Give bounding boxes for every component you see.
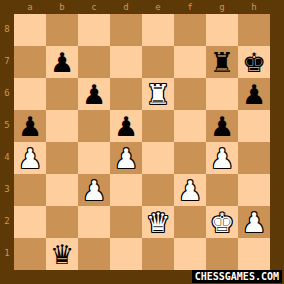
white-pawn[interactable]: ♟: [78, 174, 110, 206]
square-c2[interactable]: [78, 206, 110, 238]
square-d8[interactable]: [110, 14, 142, 46]
file-label-e: e: [142, 0, 174, 14]
square-d5[interactable]: ♟: [110, 110, 142, 142]
file-label-g: g: [206, 0, 238, 14]
square-a8[interactable]: [14, 14, 46, 46]
square-a5[interactable]: ♟: [14, 110, 46, 142]
square-c6[interactable]: ♟: [78, 78, 110, 110]
white-pawn[interactable]: ♟: [14, 142, 46, 174]
square-e1[interactable]: [142, 238, 174, 270]
square-c3[interactable]: ♟: [78, 174, 110, 206]
square-h6[interactable]: ♟: [238, 78, 270, 110]
white-king[interactable]: ♚: [206, 206, 238, 238]
black-rook[interactable]: ♜: [206, 46, 238, 78]
rank-label-2: 2: [0, 206, 14, 238]
square-h3[interactable]: [238, 174, 270, 206]
white-pawn[interactable]: ♟: [238, 206, 270, 238]
square-f7[interactable]: [174, 46, 206, 78]
square-f2[interactable]: [174, 206, 206, 238]
square-b6[interactable]: [46, 78, 78, 110]
square-c5[interactable]: [78, 110, 110, 142]
square-g3[interactable]: [206, 174, 238, 206]
white-pawn[interactable]: ♟: [174, 174, 206, 206]
square-e4[interactable]: [142, 142, 174, 174]
file-label-a: a: [14, 0, 46, 14]
square-c4[interactable]: [78, 142, 110, 174]
square-d3[interactable]: [110, 174, 142, 206]
square-e6[interactable]: ♜: [142, 78, 174, 110]
watermark: CHESSGAMES.COM: [192, 270, 282, 283]
square-g6[interactable]: [206, 78, 238, 110]
black-pawn[interactable]: ♟: [206, 110, 238, 142]
black-queen[interactable]: ♛: [46, 238, 78, 270]
white-queen[interactable]: ♛: [142, 206, 174, 238]
square-g8[interactable]: [206, 14, 238, 46]
rank-label-4: 4: [0, 142, 14, 174]
square-f6[interactable]: [174, 78, 206, 110]
file-label-f: f: [174, 0, 206, 14]
chess-board: ♟♜♚♟♜♟♟♟♟♟♟♟♟♟♛♚♟♛: [14, 14, 270, 270]
file-label-c: c: [78, 0, 110, 14]
square-a2[interactable]: [14, 206, 46, 238]
square-g4[interactable]: ♟: [206, 142, 238, 174]
file-label-b: b: [46, 0, 78, 14]
square-b4[interactable]: [46, 142, 78, 174]
square-a1[interactable]: [14, 238, 46, 270]
black-king[interactable]: ♚: [238, 46, 270, 78]
square-f3[interactable]: ♟: [174, 174, 206, 206]
square-e2[interactable]: ♛: [142, 206, 174, 238]
square-h8[interactable]: [238, 14, 270, 46]
square-e8[interactable]: [142, 14, 174, 46]
black-pawn[interactable]: ♟: [46, 46, 78, 78]
square-b5[interactable]: [46, 110, 78, 142]
square-h4[interactable]: [238, 142, 270, 174]
square-b2[interactable]: [46, 206, 78, 238]
square-g5[interactable]: ♟: [206, 110, 238, 142]
file-label-h: h: [238, 0, 270, 14]
square-g7[interactable]: ♜: [206, 46, 238, 78]
rank-label-1: 1: [0, 238, 14, 270]
square-g1[interactable]: [206, 238, 238, 270]
square-a4[interactable]: ♟: [14, 142, 46, 174]
white-rook[interactable]: ♜: [142, 78, 174, 110]
square-d4[interactable]: ♟: [110, 142, 142, 174]
square-e5[interactable]: [142, 110, 174, 142]
square-f4[interactable]: [174, 142, 206, 174]
rank-label-7: 7: [0, 46, 14, 78]
square-e3[interactable]: [142, 174, 174, 206]
chess-diagram: abcdefgh 87654321 ♟♜♚♟♜♟♟♟♟♟♟♟♟♟♛♚♟♛ CHE…: [0, 0, 284, 284]
square-b1[interactable]: ♛: [46, 238, 78, 270]
square-d7[interactable]: [110, 46, 142, 78]
rank-label-3: 3: [0, 174, 14, 206]
square-d1[interactable]: [110, 238, 142, 270]
square-f1[interactable]: [174, 238, 206, 270]
file-label-d: d: [110, 0, 142, 14]
square-a7[interactable]: [14, 46, 46, 78]
square-f5[interactable]: [174, 110, 206, 142]
square-b8[interactable]: [46, 14, 78, 46]
square-h2[interactable]: ♟: [238, 206, 270, 238]
square-h5[interactable]: [238, 110, 270, 142]
black-pawn[interactable]: ♟: [14, 110, 46, 142]
square-h1[interactable]: [238, 238, 270, 270]
black-pawn[interactable]: ♟: [238, 78, 270, 110]
rank-label-6: 6: [0, 78, 14, 110]
rank-label-5: 5: [0, 110, 14, 142]
square-c1[interactable]: [78, 238, 110, 270]
square-h7[interactable]: ♚: [238, 46, 270, 78]
black-pawn[interactable]: ♟: [110, 110, 142, 142]
white-pawn[interactable]: ♟: [206, 142, 238, 174]
rank-label-8: 8: [0, 14, 14, 46]
black-pawn[interactable]: ♟: [78, 78, 110, 110]
square-g2[interactable]: ♚: [206, 206, 238, 238]
square-a6[interactable]: [14, 78, 46, 110]
square-d2[interactable]: [110, 206, 142, 238]
square-b7[interactable]: ♟: [46, 46, 78, 78]
square-c8[interactable]: [78, 14, 110, 46]
square-c7[interactable]: [78, 46, 110, 78]
square-f8[interactable]: [174, 14, 206, 46]
square-b3[interactable]: [46, 174, 78, 206]
square-e7[interactable]: [142, 46, 174, 78]
square-a3[interactable]: [14, 174, 46, 206]
white-pawn[interactable]: ♟: [110, 142, 142, 174]
square-d6[interactable]: [110, 78, 142, 110]
